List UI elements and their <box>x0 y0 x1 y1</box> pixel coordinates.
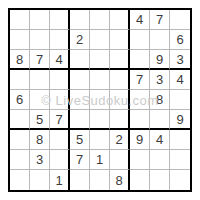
sudoku-board: 472687493734685798529437118© LiveSudoku.… <box>8 8 192 192</box>
cell-r8c6[interactable] <box>110 150 130 170</box>
cell-r8c5[interactable]: 1 <box>90 150 110 170</box>
cell-r5c6[interactable] <box>110 90 130 110</box>
cell-r8c9[interactable] <box>170 150 190 170</box>
cell-r9c4[interactable] <box>70 170 90 190</box>
cell-r1c6[interactable] <box>110 10 130 30</box>
cell-r7c2[interactable]: 8 <box>30 130 50 150</box>
cell-r3c7[interactable] <box>130 50 150 70</box>
cell-r6c7[interactable] <box>130 110 150 130</box>
cell-r6c9[interactable]: 9 <box>170 110 190 130</box>
cell-r4c6[interactable] <box>110 70 130 90</box>
page: 472687493734685798529437118© LiveSudoku.… <box>0 0 200 200</box>
cell-r9c8[interactable] <box>150 170 170 190</box>
cell-r9c2[interactable] <box>30 170 50 190</box>
cell-r6c6[interactable] <box>110 110 130 130</box>
cell-r9c9[interactable] <box>170 170 190 190</box>
cell-r4c3[interactable] <box>50 70 70 90</box>
cell-r9c7[interactable] <box>130 170 150 190</box>
cell-r4c7[interactable]: 7 <box>130 70 150 90</box>
cell-r8c4[interactable]: 7 <box>70 150 90 170</box>
cell-r2c1[interactable] <box>10 30 30 50</box>
cell-r4c2[interactable] <box>30 70 50 90</box>
cell-r1c3[interactable] <box>50 10 70 30</box>
cell-r2c4[interactable]: 2 <box>70 30 90 50</box>
cell-r6c8[interactable] <box>150 110 170 130</box>
cell-r1c9[interactable] <box>170 10 190 30</box>
cell-r1c4[interactable] <box>70 10 90 30</box>
cell-r2c2[interactable] <box>30 30 50 50</box>
cell-r6c2[interactable]: 5 <box>30 110 50 130</box>
cell-r8c2[interactable]: 3 <box>30 150 50 170</box>
cell-r5c2[interactable] <box>30 90 50 110</box>
cell-r7c4[interactable]: 5 <box>70 130 90 150</box>
cell-r4c4[interactable] <box>70 70 90 90</box>
cell-r2c5[interactable] <box>90 30 110 50</box>
cell-r5c9[interactable] <box>170 90 190 110</box>
cell-r5c5[interactable] <box>90 90 110 110</box>
cell-r7c7[interactable]: 9 <box>130 130 150 150</box>
cell-r6c1[interactable] <box>10 110 30 130</box>
cell-r7c9[interactable] <box>170 130 190 150</box>
cell-r9c6[interactable]: 8 <box>110 170 130 190</box>
cell-r4c9[interactable]: 4 <box>170 70 190 90</box>
cell-r3c6[interactable] <box>110 50 130 70</box>
cell-r5c1[interactable]: 6 <box>10 90 30 110</box>
cell-r5c7[interactable] <box>130 90 150 110</box>
cell-r6c4[interactable] <box>70 110 90 130</box>
cell-r2c3[interactable] <box>50 30 70 50</box>
cell-r2c7[interactable] <box>130 30 150 50</box>
cell-r2c6[interactable] <box>110 30 130 50</box>
cell-r1c8[interactable]: 7 <box>150 10 170 30</box>
cell-r5c4[interactable] <box>70 90 90 110</box>
cell-r3c2[interactable]: 7 <box>30 50 50 70</box>
cell-r7c6[interactable]: 2 <box>110 130 130 150</box>
cell-r5c3[interactable] <box>50 90 70 110</box>
cell-r5c8[interactable]: 8 <box>150 90 170 110</box>
cell-r2c8[interactable] <box>150 30 170 50</box>
cell-r3c3[interactable]: 4 <box>50 50 70 70</box>
cell-r1c5[interactable] <box>90 10 110 30</box>
cell-r3c8[interactable]: 9 <box>150 50 170 70</box>
cell-r4c8[interactable]: 3 <box>150 70 170 90</box>
cell-r3c9[interactable]: 3 <box>170 50 190 70</box>
cell-r3c5[interactable] <box>90 50 110 70</box>
cell-r1c1[interactable] <box>10 10 30 30</box>
cell-r9c1[interactable] <box>10 170 30 190</box>
cell-r7c8[interactable]: 4 <box>150 130 170 150</box>
cell-r1c7[interactable]: 4 <box>130 10 150 30</box>
cell-r3c1[interactable]: 8 <box>10 50 30 70</box>
cell-r9c3[interactable]: 1 <box>50 170 70 190</box>
cell-r1c2[interactable] <box>30 10 50 30</box>
cell-r6c3[interactable]: 7 <box>50 110 70 130</box>
cell-r2c9[interactable]: 6 <box>170 30 190 50</box>
cell-r6c5[interactable] <box>90 110 110 130</box>
cell-r8c8[interactable] <box>150 150 170 170</box>
cell-r3c4[interactable] <box>70 50 90 70</box>
cell-r7c1[interactable] <box>10 130 30 150</box>
cell-r8c1[interactable] <box>10 150 30 170</box>
cell-r8c3[interactable] <box>50 150 70 170</box>
cell-r7c3[interactable] <box>50 130 70 150</box>
cell-r4c1[interactable] <box>10 70 30 90</box>
cell-r7c5[interactable] <box>90 130 110 150</box>
cell-r4c5[interactable] <box>90 70 110 90</box>
cell-r9c5[interactable] <box>90 170 110 190</box>
cell-r8c7[interactable] <box>130 150 150 170</box>
